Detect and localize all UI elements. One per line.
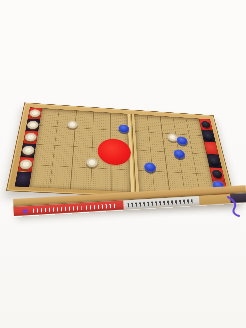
product-photo <box>0 0 246 328</box>
purple-ribbon <box>225 196 241 218</box>
white-puck[interactable] <box>27 121 40 130</box>
dark-disc[interactable] <box>203 133 213 140</box>
dark-disc[interactable] <box>211 170 222 179</box>
white-puck[interactable] <box>24 133 37 142</box>
blue-puck[interactable] <box>173 149 185 158</box>
illegible-text-left2 <box>86 203 117 209</box>
dark-disc[interactable] <box>209 157 220 165</box>
blue-puck[interactable] <box>144 162 156 172</box>
blue-puck[interactable] <box>118 124 129 133</box>
pieces-layer <box>7 103 235 201</box>
dark-disc[interactable] <box>201 121 211 128</box>
logo-mark <box>23 209 28 213</box>
white-puck[interactable] <box>22 145 35 155</box>
blue-puck[interactable] <box>176 136 188 145</box>
white-puck[interactable] <box>19 159 33 169</box>
white-puck[interactable] <box>86 157 98 167</box>
illegible-text-right <box>128 199 193 207</box>
illegible-text-left <box>32 205 81 212</box>
white-puck[interactable] <box>29 109 41 117</box>
white-puck[interactable] <box>67 120 79 129</box>
